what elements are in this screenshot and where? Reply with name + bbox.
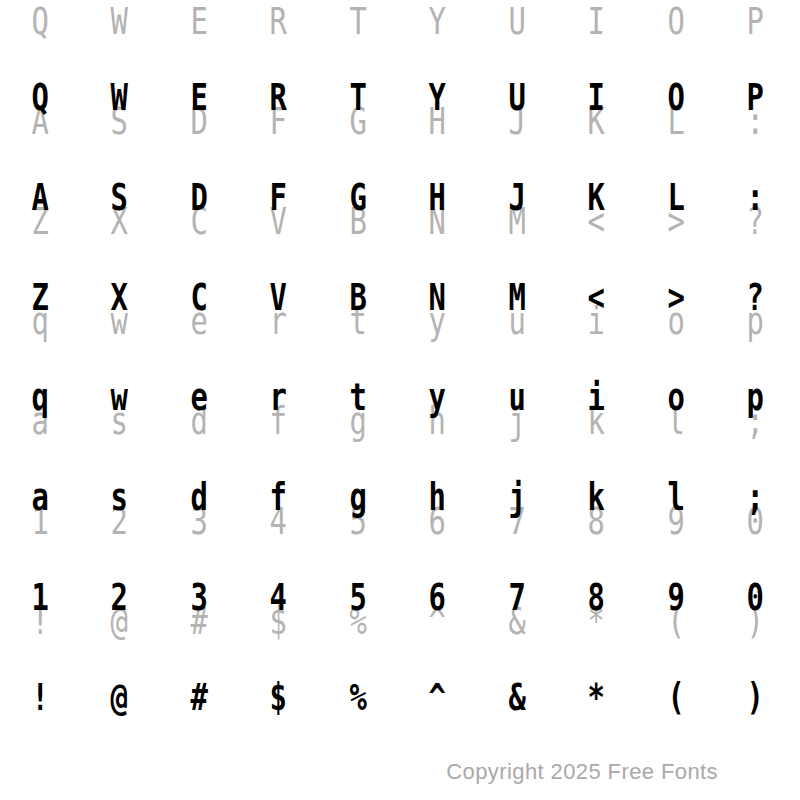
glyph-cell: 5 — [318, 503, 398, 543]
ghost-glyph: > — [667, 203, 684, 240]
glyph-cell: ) — [716, 679, 796, 719]
ghost-glyph: I — [588, 3, 605, 40]
glyph-cell: A — [0, 179, 80, 219]
main-glyph: @ — [111, 679, 128, 716]
glyph-cell: M — [477, 203, 557, 243]
glyph-cell: @ — [80, 679, 160, 719]
main-glyph: S — [111, 179, 128, 216]
glyph-cell: T — [318, 3, 398, 43]
digits-row-ghost-line: 1234567890 — [0, 503, 795, 543]
glyph-cell: N — [398, 203, 478, 243]
ghost-glyph: H — [429, 103, 446, 140]
ghost-glyph: ; — [747, 403, 764, 440]
ghost-glyph: 9 — [667, 503, 684, 540]
main-glyph: u — [508, 379, 525, 416]
main-glyph: 0 — [747, 579, 764, 616]
glyph-cell: 7 — [477, 503, 557, 543]
ghost-glyph: y — [429, 303, 446, 340]
ghost-glyph: < — [588, 203, 605, 240]
ghost-glyph: o — [667, 303, 684, 340]
glyph-cell: R — [239, 79, 319, 119]
glyph-cell: K — [557, 103, 637, 143]
ghost-glyph: s — [111, 403, 128, 440]
main-glyph: E — [190, 79, 207, 116]
main-glyph: T — [349, 79, 366, 116]
glyph-cell: E — [159, 79, 239, 119]
glyph-cell: 0 — [716, 579, 796, 619]
main-glyph: a — [31, 479, 48, 516]
glyph-cell: 3 — [159, 579, 239, 619]
ghost-glyph: Y — [429, 3, 446, 40]
ghost-glyph: 8 — [588, 503, 605, 540]
glyph-cell: E — [159, 3, 239, 43]
glyph-cell: k — [557, 403, 637, 443]
glyph-cell: Y — [398, 79, 478, 119]
upper-home-row-main-line: ASDFGHJKL: — [0, 179, 795, 219]
glyph-cell: ! — [0, 603, 80, 643]
main-glyph: g — [349, 479, 366, 516]
ghost-glyph: R — [270, 3, 287, 40]
ghost-glyph: w — [111, 303, 128, 340]
main-glyph: ( — [667, 679, 684, 716]
main-glyph: i — [588, 379, 605, 416]
glyph-cell: 1 — [0, 579, 80, 619]
ghost-glyph: N — [429, 203, 446, 240]
glyph-cell: Z — [0, 203, 80, 243]
glyph-cell: 8 — [557, 503, 637, 543]
glyph-cell: Z — [0, 279, 80, 319]
ghost-glyph: ( — [667, 603, 684, 640]
glyph-cell: p — [716, 303, 796, 343]
main-glyph: y — [429, 379, 446, 416]
glyph-cell: w — [80, 379, 160, 419]
glyph-cell: I — [557, 3, 637, 43]
lower-qwerty-row-ghost-line: qwertyuiop — [0, 303, 795, 343]
glyph-cell: H — [398, 179, 478, 219]
main-glyph: f — [270, 479, 287, 516]
glyph-cell: U — [477, 3, 557, 43]
ghost-glyph: d — [190, 403, 207, 440]
main-glyph: ) — [747, 679, 764, 716]
main-glyph: % — [349, 679, 366, 716]
ghost-glyph: r — [270, 303, 287, 340]
glyph-cell: B — [318, 203, 398, 243]
main-glyph: Z — [31, 279, 48, 316]
glyph-cell: K — [557, 179, 637, 219]
main-glyph: o — [667, 379, 684, 416]
glyph-cell: j — [477, 403, 557, 443]
glyph-cell: : — [716, 103, 796, 143]
glyph-cell: q — [0, 379, 80, 419]
glyph-cell: W — [80, 79, 160, 119]
symbols-row-ghost-line: !@#$%^&*() — [0, 603, 795, 643]
glyph-cell: s — [80, 403, 160, 443]
main-glyph: w — [111, 379, 128, 416]
glyph-cell: C — [159, 203, 239, 243]
ghost-glyph: D — [190, 103, 207, 140]
ghost-glyph: Q — [31, 3, 48, 40]
main-glyph: $ — [270, 679, 287, 716]
upper-bottom-row-main-line: ZXCVBNM<>? — [0, 279, 795, 319]
ghost-glyph: W — [111, 3, 128, 40]
glyph-cell: ^ — [398, 679, 478, 719]
main-glyph: L — [667, 179, 684, 216]
glyph-cell: X — [80, 279, 160, 319]
glyph-cell: p — [716, 379, 796, 419]
glyph-cell: < — [557, 279, 637, 319]
ghost-glyph: 1 — [31, 503, 48, 540]
main-glyph: & — [508, 679, 525, 716]
main-glyph: p — [747, 379, 764, 416]
main-glyph: G — [349, 179, 366, 216]
ghost-glyph: k — [588, 403, 605, 440]
glyph-cell: t — [318, 303, 398, 343]
main-glyph: J — [508, 179, 525, 216]
main-glyph: 1 — [31, 579, 48, 616]
main-glyph: 3 — [190, 579, 207, 616]
lower-qwerty-row-main-line: qwertyuiop — [0, 379, 795, 419]
main-glyph: 2 — [111, 579, 128, 616]
glyph-cell: @ — [80, 603, 160, 643]
glyph-cell: r — [239, 303, 319, 343]
ghost-glyph: u — [508, 303, 525, 340]
main-glyph: ! — [31, 679, 48, 716]
glyph-cell: # — [159, 679, 239, 719]
ghost-glyph: 3 — [190, 503, 207, 540]
ghost-glyph: q — [31, 303, 48, 340]
glyph-cell: w — [80, 303, 160, 343]
ghost-glyph: C — [190, 203, 207, 240]
glyph-cell: 7 — [477, 579, 557, 619]
ghost-glyph: ? — [747, 203, 764, 240]
main-glyph: d — [190, 479, 207, 516]
ghost-glyph: ! — [31, 603, 48, 640]
glyph-cell: J — [477, 103, 557, 143]
upper-qwerty-row-main-line: QWERTYUIOP — [0, 79, 795, 119]
font-specimen-board: QWERTYUIOPQWERTYUIOPASDFGHJKL:ASDFGHJKL:… — [0, 0, 800, 800]
main-glyph: C — [190, 279, 207, 316]
main-glyph: < — [588, 279, 605, 316]
ghost-glyph: 6 — [429, 503, 446, 540]
glyph-cell: 5 — [318, 579, 398, 619]
glyph-cell: > — [636, 203, 716, 243]
main-glyph: Q — [31, 79, 48, 116]
ghost-glyph: T — [349, 3, 366, 40]
glyph-cell: 9 — [636, 579, 716, 619]
glyph-cell: W — [80, 3, 160, 43]
ghost-glyph: ^ — [429, 603, 446, 640]
ghost-glyph: B — [349, 203, 366, 240]
glyph-cell: q — [0, 303, 80, 343]
main-glyph: 4 — [270, 579, 287, 616]
main-glyph: H — [429, 179, 446, 216]
glyph-cell: l — [636, 403, 716, 443]
ghost-glyph: g — [349, 403, 366, 440]
main-glyph: 5 — [349, 579, 366, 616]
main-glyph: s — [111, 479, 128, 516]
main-glyph: U — [508, 79, 525, 116]
glyph-cell: k — [557, 479, 637, 519]
ghost-glyph: : — [747, 103, 764, 140]
glyph-cell: i — [557, 303, 637, 343]
upper-bottom-row-ghost-line: ZXCVBNM<>? — [0, 203, 795, 243]
glyph-cell: u — [477, 379, 557, 419]
glyph-cell: d — [159, 479, 239, 519]
ghost-glyph: P — [747, 3, 764, 40]
ghost-glyph: M — [508, 203, 525, 240]
glyph-cell: o — [636, 303, 716, 343]
glyph-cell: ! — [0, 679, 80, 719]
glyph-cell: s — [80, 479, 160, 519]
symbols-row-main-line: !@#$%^&*() — [0, 679, 795, 719]
glyph-cell: ? — [716, 203, 796, 243]
glyph-cell: I — [557, 79, 637, 119]
main-glyph: r — [270, 379, 287, 416]
glyph-cell: g — [318, 403, 398, 443]
ghost-glyph: 7 — [508, 503, 525, 540]
main-glyph: 7 — [508, 579, 525, 616]
glyph-cell: G — [318, 179, 398, 219]
ghost-glyph: L — [667, 103, 684, 140]
glyph-cell: * — [557, 679, 637, 719]
glyph-cell: A — [0, 103, 80, 143]
upper-home-row-ghost-line: ASDFGHJKL: — [0, 103, 795, 143]
main-glyph: ? — [747, 279, 764, 316]
lower-home-row-main-line: asdfghjkl; — [0, 479, 795, 519]
glyph-cell: 2 — [80, 579, 160, 619]
ghost-glyph: 0 — [747, 503, 764, 540]
glyph-cell: j — [477, 479, 557, 519]
glyph-cell: L — [636, 179, 716, 219]
ghost-glyph: 4 — [270, 503, 287, 540]
glyph-cell: f — [239, 403, 319, 443]
ghost-glyph: A — [31, 103, 48, 140]
glyph-cell: ( — [636, 679, 716, 719]
glyph-cell: 4 — [239, 579, 319, 619]
lower-home-row-ghost-line: asdfghjkl; — [0, 403, 795, 443]
main-glyph: D — [190, 179, 207, 216]
glyph-cell: 3 — [159, 503, 239, 543]
glyph-cell: O — [636, 79, 716, 119]
ghost-glyph: V — [270, 203, 287, 240]
glyph-cell: l — [636, 479, 716, 519]
main-glyph: I — [588, 79, 605, 116]
glyph-cell: d — [159, 403, 239, 443]
glyph-cell: a — [0, 479, 80, 519]
glyph-cell: * — [557, 603, 637, 643]
glyph-cell: S — [80, 103, 160, 143]
main-glyph: 9 — [667, 579, 684, 616]
ghost-glyph: K — [588, 103, 605, 140]
glyph-cell: & — [477, 679, 557, 719]
glyph-cell: 1 — [0, 503, 80, 543]
ghost-glyph: 2 — [111, 503, 128, 540]
glyph-cell: ? — [716, 279, 796, 319]
ghost-glyph: # — [190, 603, 207, 640]
glyph-cell: ^ — [398, 603, 478, 643]
glyph-cell: e — [159, 379, 239, 419]
ghost-glyph: E — [190, 3, 207, 40]
main-glyph: # — [190, 679, 207, 716]
main-glyph: t — [349, 379, 366, 416]
glyph-cell: a — [0, 403, 80, 443]
glyph-cell: # — [159, 603, 239, 643]
glyph-cell: D — [159, 179, 239, 219]
glyph-cell: h — [398, 403, 478, 443]
ghost-glyph: i — [588, 303, 605, 340]
ghost-glyph: X — [111, 203, 128, 240]
ghost-glyph: t — [349, 303, 366, 340]
glyph-cell: V — [239, 279, 319, 319]
glyph-cell: X — [80, 203, 160, 243]
glyph-cell: T — [318, 79, 398, 119]
glyph-cell: D — [159, 103, 239, 143]
main-glyph: 6 — [429, 579, 446, 616]
glyph-cell: : — [716, 179, 796, 219]
glyph-cell: V — [239, 203, 319, 243]
ghost-glyph: l — [667, 403, 684, 440]
glyph-cell: u — [477, 303, 557, 343]
copyright-text: Copyright 2025 Free Fonts — [446, 760, 718, 784]
ghost-glyph: p — [747, 303, 764, 340]
glyph-cell: C — [159, 279, 239, 319]
glyph-cell: $ — [239, 679, 319, 719]
glyph-cell: Q — [0, 3, 80, 43]
ghost-glyph: O — [667, 3, 684, 40]
main-glyph: > — [667, 279, 684, 316]
glyph-cell: ) — [716, 603, 796, 643]
glyph-cell: % — [318, 603, 398, 643]
ghost-glyph: @ — [111, 603, 128, 640]
glyph-cell: > — [636, 279, 716, 319]
glyph-cell: y — [398, 379, 478, 419]
ghost-glyph: a — [31, 403, 48, 440]
main-glyph: q — [31, 379, 48, 416]
glyph-cell: 2 — [80, 503, 160, 543]
glyph-cell: y — [398, 303, 478, 343]
glyph-cell: Y — [398, 3, 478, 43]
glyph-cell: g — [318, 479, 398, 519]
ghost-glyph: % — [349, 603, 366, 640]
glyph-cell: ; — [716, 479, 796, 519]
main-glyph: A — [31, 179, 48, 216]
glyph-cell: 0 — [716, 503, 796, 543]
glyph-cell: ; — [716, 403, 796, 443]
main-glyph: : — [747, 179, 764, 216]
glyph-cell: G — [318, 103, 398, 143]
glyph-cell: R — [239, 3, 319, 43]
glyph-cell: h — [398, 479, 478, 519]
ghost-glyph: G — [349, 103, 366, 140]
main-glyph: ; — [747, 479, 764, 516]
glyph-cell: o — [636, 379, 716, 419]
glyph-cell: ( — [636, 603, 716, 643]
glyph-cell: 4 — [239, 503, 319, 543]
glyph-cell: S — [80, 179, 160, 219]
glyph-cell: Q — [0, 79, 80, 119]
glyph-cell: e — [159, 303, 239, 343]
digits-row-main-line: 1234567890 — [0, 579, 795, 619]
glyph-cell: t — [318, 379, 398, 419]
main-glyph: F — [270, 179, 287, 216]
ghost-glyph: 5 — [349, 503, 366, 540]
main-glyph: W — [111, 79, 128, 116]
main-glyph: R — [270, 79, 287, 116]
main-glyph: * — [588, 679, 605, 716]
main-glyph: P — [747, 79, 764, 116]
ghost-glyph: h — [429, 403, 446, 440]
main-glyph: h — [429, 479, 446, 516]
upper-qwerty-row-ghost-line: QWERTYUIOP — [0, 3, 795, 43]
ghost-glyph: S — [111, 103, 128, 140]
ghost-glyph: j — [508, 403, 525, 440]
main-glyph: ^ — [429, 679, 446, 716]
ghost-glyph: J — [508, 103, 525, 140]
ghost-glyph: e — [190, 303, 207, 340]
glyph-cell: U — [477, 79, 557, 119]
main-glyph: k — [588, 479, 605, 516]
main-glyph: B — [349, 279, 366, 316]
glyph-cell: M — [477, 279, 557, 319]
glyph-cell: & — [477, 603, 557, 643]
glyph-cell: F — [239, 179, 319, 219]
ghost-glyph: Z — [31, 203, 48, 240]
glyph-cell: % — [318, 679, 398, 719]
glyph-cell: 6 — [398, 579, 478, 619]
main-glyph: V — [270, 279, 287, 316]
main-glyph: K — [588, 179, 605, 216]
main-glyph: N — [429, 279, 446, 316]
glyph-cell: N — [398, 279, 478, 319]
main-glyph: e — [190, 379, 207, 416]
glyph-cell: 8 — [557, 579, 637, 619]
ghost-glyph: $ — [270, 603, 287, 640]
main-glyph: X — [111, 279, 128, 316]
glyph-cell: < — [557, 203, 637, 243]
glyph-cell: P — [716, 3, 796, 43]
ghost-glyph: * — [588, 603, 605, 640]
glyph-cell: J — [477, 179, 557, 219]
glyph-cell: i — [557, 379, 637, 419]
ghost-glyph: U — [508, 3, 525, 40]
glyph-cell: L — [636, 103, 716, 143]
main-glyph: l — [667, 479, 684, 516]
glyph-cell: F — [239, 103, 319, 143]
main-glyph: 8 — [588, 579, 605, 616]
main-glyph: j — [508, 479, 525, 516]
ghost-glyph: & — [508, 603, 525, 640]
glyph-cell: r — [239, 379, 319, 419]
glyph-cell: f — [239, 479, 319, 519]
main-glyph: O — [667, 79, 684, 116]
main-glyph: Y — [429, 79, 446, 116]
ghost-glyph: ) — [747, 603, 764, 640]
ghost-glyph: f — [270, 403, 287, 440]
ghost-glyph: F — [270, 103, 287, 140]
main-glyph: M — [508, 279, 525, 316]
glyph-cell: H — [398, 103, 478, 143]
glyph-cell: B — [318, 279, 398, 319]
glyph-cell: 6 — [398, 503, 478, 543]
glyph-cell: P — [716, 79, 796, 119]
glyph-cell: $ — [239, 603, 319, 643]
glyph-cell: O — [636, 3, 716, 43]
glyph-cell: 9 — [636, 503, 716, 543]
